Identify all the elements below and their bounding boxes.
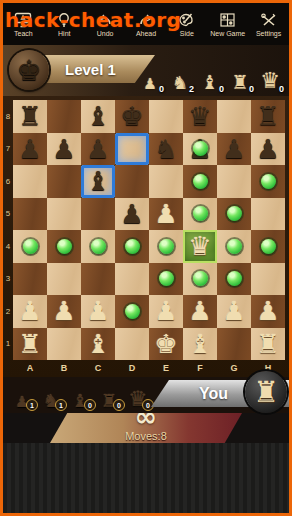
piece-white-pawn: ♟ [18,298,41,324]
settings-label: Settings [256,30,281,37]
legal-move-dot [91,239,106,254]
captured-white-queen-count: 0 [279,84,284,94]
captured-white-rook-count: 0 [249,84,254,94]
square-h2[interactable]: ♟ [251,295,285,328]
piece-white-bishop: ♝ [188,331,211,357]
square-g8[interactable] [217,100,251,133]
new-game-button[interactable]: New Game [207,12,248,37]
piece-white-pawn: ♟ [154,298,177,324]
square-e2[interactable]: ♟ [149,295,183,328]
piece-white-queen: ♛ [188,233,211,259]
square-b5[interactable] [47,198,81,231]
square-g3[interactable] [217,263,251,296]
square-c2[interactable]: ♟ [81,295,115,328]
square-a3[interactable] [13,263,47,296]
square-d3[interactable] [115,263,149,296]
square-h1[interactable]: ♜ [251,328,285,361]
rank-label-5: 5 [3,198,13,231]
piece-black-king: ♚ [120,103,143,129]
piece-black-pawn: ♟ [86,136,109,162]
rank-label-3: 3 [3,263,13,296]
black-king-avatar-icon: ♚ [16,54,41,87]
side-label: Side [180,30,194,37]
captured-black-tray: ♟1♞1♝0♜0♛0 [9,380,151,410]
piece-white-pawn: ♟ [86,298,109,324]
piece-white-pawn: ♟ [222,298,245,324]
white-rook-icon: ♜ [231,73,248,92]
square-g1[interactable] [217,328,251,361]
player-avatar: ♜ [245,371,287,413]
square-c7[interactable]: ♟ [81,133,115,166]
square-b8[interactable] [47,100,81,133]
new-game-label: New Game [210,30,245,37]
white-pawn-icon: ♟ [143,77,156,92]
square-g5[interactable] [217,198,251,231]
square-c4[interactable] [81,230,115,263]
captured-black-knight-count: 1 [55,399,67,411]
legal-move-dot [159,239,174,254]
captured-white-knight-count: 2 [189,84,194,94]
legal-move-dot [261,174,276,189]
piece-white-rook: ♜ [18,331,41,357]
opponent-bar: ♚ Level 1 ♟0♞2♝0♜0♛0 [3,45,289,96]
bottom-texture [3,443,289,513]
captured-white-knight: ♞2 [167,54,193,92]
square-a5[interactable] [13,198,47,231]
captured-black-rook: ♜0 [96,380,122,410]
legal-move-dot [125,239,140,254]
captured-black-bishop: ♝0 [67,380,93,410]
captured-black-bishop-count: 0 [84,399,96,411]
file-label-A: A [13,360,47,376]
file-label-G: G [217,360,251,376]
piece-black-pawn: ♟ [52,136,75,162]
file-label-E: E [149,360,183,376]
captured-black-pawn-count: 1 [26,399,38,411]
square-h7[interactable]: ♟ [251,133,285,166]
square-g4[interactable] [217,230,251,263]
square-c1[interactable]: ♝ [81,328,115,361]
square-d5[interactable]: ♟ [115,198,149,231]
piece-white-pawn: ♟ [154,201,177,227]
square-g6[interactable] [217,165,251,198]
rank-label-4: 4 [3,230,13,263]
legal-move-dot [125,304,140,319]
white-knight-icon: ♞ [172,74,188,92]
square-c8[interactable]: ♝ [81,100,115,133]
square-e5[interactable]: ♟ [149,198,183,231]
square-c5[interactable] [81,198,115,231]
legal-move-dot [193,206,208,221]
square-a2[interactable]: ♟ [13,295,47,328]
square-b1[interactable] [47,328,81,361]
square-d1[interactable] [115,328,149,361]
legal-move-dot [193,271,208,286]
settings-tools-icon [260,12,278,28]
file-label-B: B [47,360,81,376]
file-label-F: F [183,360,217,376]
piece-white-pawn: ♟ [52,298,75,324]
square-a8[interactable]: ♜ [13,100,47,133]
rank-labels: 87654321 [3,100,13,360]
chess-board-frame: 87654321 ♜♝♚♛♜♟♟♟♞♟♟♟♝♟♟♛♟♟♟♟♟♟♟♜♝♚♝♜ AB… [3,96,289,377]
square-d2[interactable] [115,295,149,328]
piece-white-pawn: ♟ [188,298,211,324]
square-h8[interactable]: ♜ [251,100,285,133]
square-h5[interactable] [251,198,285,231]
file-labels: ABCDEFGH [13,360,285,376]
square-c3[interactable] [81,263,115,296]
square-g7[interactable]: ♟ [217,133,251,166]
piece-black-pawn: ♟ [120,201,143,227]
square-e6[interactable] [149,165,183,198]
legal-move-dot [57,239,72,254]
white-bishop-icon: ♝ [201,73,218,92]
captured-white-tray: ♟0♞2♝0♜0♛0 [137,54,283,92]
legal-move-dot [159,271,174,286]
square-h4[interactable] [251,230,285,263]
square-f4[interactable]: ♛ [183,230,217,263]
rank-label-7: 7 [3,133,13,166]
white-queen-icon: ♛ [260,70,280,92]
moves-counter: Moves:8 [50,430,242,442]
square-b4[interactable] [47,230,81,263]
settings-button[interactable]: Settings [248,12,289,37]
legal-move-dot [193,141,208,156]
captured-black-queen: ♛0 [125,380,151,410]
captured-white-bishop: ♝0 [197,54,223,92]
square-f8[interactable]: ♛ [183,100,217,133]
you-label: You [151,385,228,403]
watermark-text: hack-cheat.org [5,8,181,32]
piece-white-king: ♚ [154,331,177,357]
white-rook-avatar-icon: ♜ [253,375,279,409]
piece-black-queen: ♛ [188,103,211,129]
square-a7[interactable]: ♟ [13,133,47,166]
rank-label-6: 6 [3,165,13,198]
piece-black-pawn: ♟ [256,136,279,162]
chess-app-screen: Teach Hint Undo Ahead [0,0,292,516]
file-label-C: C [81,360,115,376]
chess-board: ♜♝♚♛♜♟♟♟♞♟♟♟♝♟♟♛♟♟♟♟♟♟♟♜♝♚♝♜ [13,100,285,360]
piece-black-pawn: ♟ [222,136,245,162]
piece-black-knight: ♞ [154,136,177,162]
piece-white-pawn: ♟ [256,298,279,324]
piece-white-rook: ♜ [256,331,279,357]
legal-move-dot [23,239,38,254]
level-label: Level 1 [43,61,116,78]
captured-white-pawn: ♟0 [137,54,163,92]
square-f6[interactable] [183,165,217,198]
legal-move-dot [227,271,242,286]
square-b6[interactable] [47,165,81,198]
player-bar: ♟1♞1♝0♜0♛0 You ♜ [3,377,289,413]
square-h6[interactable] [251,165,285,198]
square-e8[interactable] [149,100,183,133]
square-e3[interactable] [149,263,183,296]
square-f3[interactable] [183,263,217,296]
captured-white-queen: ♛0 [257,54,283,92]
square-h3[interactable] [251,263,285,296]
square-a4[interactable] [13,230,47,263]
square-d8[interactable]: ♚ [115,100,149,133]
captured-black-queen-count: 0 [142,399,154,411]
square-g2[interactable]: ♟ [217,295,251,328]
square-e1[interactable]: ♚ [149,328,183,361]
piece-white-bishop: ♝ [86,331,109,357]
square-b2[interactable]: ♟ [47,295,81,328]
piece-black-rook: ♜ [256,103,279,129]
rank-label-8: 8 [3,100,13,133]
square-f7[interactable]: ♟ [183,133,217,166]
legal-move-dot [193,174,208,189]
square-b7[interactable]: ♟ [47,133,81,166]
square-f5[interactable] [183,198,217,231]
square-e4[interactable] [149,230,183,263]
square-d4[interactable] [115,230,149,263]
square-a6[interactable] [13,165,47,198]
rank-label-1: 1 [3,328,13,361]
moves-banner: ∞ Moves:8 [50,413,242,443]
square-d6[interactable] [115,165,149,198]
square-e7[interactable]: ♞ [149,133,183,166]
piece-black-bishop: ♝ [86,103,109,129]
piece-black-bishop: ♝ [86,168,109,194]
file-label-D: D [115,360,149,376]
legal-move-dot [227,206,242,221]
square-b3[interactable] [47,263,81,296]
piece-black-pawn: ♟ [18,136,41,162]
captured-black-knight: ♞1 [38,380,64,410]
rank-label-2: 2 [3,295,13,328]
captured-black-rook-count: 0 [113,399,125,411]
square-d7[interactable] [115,133,149,166]
opponent-avatar: ♚ [9,50,49,90]
legal-move-dot [227,239,242,254]
square-f2[interactable]: ♟ [183,295,217,328]
new-game-board-icon [219,12,236,28]
captured-white-bishop-count: 0 [219,84,224,94]
captured-white-rook: ♜0 [227,54,253,92]
captured-white-pawn-count: 0 [159,84,164,94]
piece-black-rook: ♜ [18,103,41,129]
legal-move-dot [261,239,276,254]
captured-black-pawn: ♟1 [9,380,35,410]
square-a1[interactable]: ♜ [13,328,47,361]
square-f1[interactable]: ♝ [183,328,217,361]
square-c6[interactable]: ♝ [81,165,115,198]
